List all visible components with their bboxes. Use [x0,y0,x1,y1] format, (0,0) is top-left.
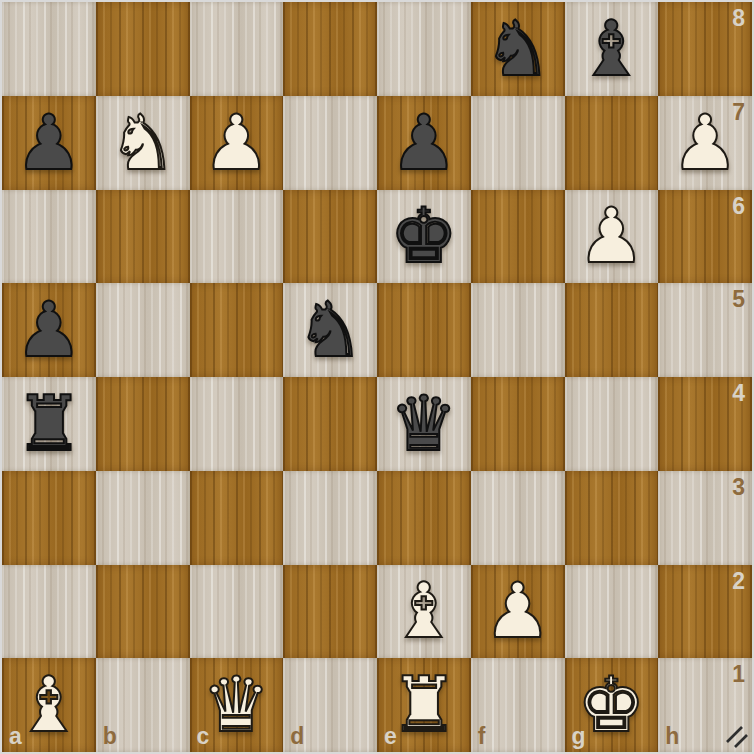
coord-file-b: b [103,725,117,748]
square-b8[interactable] [96,2,190,96]
square-c3[interactable] [190,471,284,565]
white-king-piece[interactable]: ♚ [577,667,645,743]
square-b1[interactable]: b [96,658,190,752]
square-d4[interactable] [283,377,377,471]
square-e6[interactable]: ♚ [377,190,471,284]
square-e3[interactable] [377,471,471,565]
black-queen-piece[interactable]: ♛ [390,386,458,462]
square-e1[interactable]: e♜ [377,658,471,752]
square-a5[interactable]: ♟ [2,283,96,377]
square-a2[interactable] [2,565,96,659]
square-e8[interactable] [377,2,471,96]
white-bishop-piece[interactable]: ♝ [390,573,458,649]
white-queen-piece[interactable]: ♛ [202,667,270,743]
coord-rank-5: 5 [732,288,745,311]
square-b5[interactable] [96,283,190,377]
square-d3[interactable] [283,471,377,565]
square-f6[interactable] [471,190,565,284]
square-d6[interactable] [283,190,377,284]
square-f1[interactable]: f [471,658,565,752]
coord-file-h: h [665,725,679,748]
black-king-piece[interactable]: ♚ [390,198,458,274]
board-resize-handle[interactable] [723,723,749,749]
square-g3[interactable] [565,471,659,565]
square-e7[interactable]: ♟ [377,96,471,190]
square-c2[interactable] [190,565,284,659]
square-d7[interactable] [283,96,377,190]
square-f5[interactable] [471,283,565,377]
white-bishop-piece[interactable]: ♝ [15,667,83,743]
coord-file-f: f [478,725,486,748]
square-c1[interactable]: c♛ [190,658,284,752]
square-f3[interactable] [471,471,565,565]
square-b3[interactable] [96,471,190,565]
coord-rank-6: 6 [732,195,745,218]
square-h5[interactable]: 5 [658,283,752,377]
black-pawn-piece[interactable]: ♟ [390,105,458,181]
square-d2[interactable] [283,565,377,659]
white-pawn-piece[interactable]: ♟ [484,573,552,649]
white-pawn-piece[interactable]: ♟ [577,198,645,274]
chess-board: ♞♝8♟♞♟♟7♟♚♟6♟♞5♜♛43♝♟2a♝bc♛de♜fg♚h1 [0,0,754,754]
square-g2[interactable] [565,565,659,659]
square-e4[interactable]: ♛ [377,377,471,471]
square-d1[interactable]: d [283,658,377,752]
square-f8[interactable]: ♞ [471,2,565,96]
square-d5[interactable]: ♞ [283,283,377,377]
square-g7[interactable] [565,96,659,190]
square-a1[interactable]: a♝ [2,658,96,752]
black-knight-piece[interactable]: ♞ [484,11,552,87]
black-rook-piece[interactable]: ♜ [15,386,83,462]
square-a8[interactable] [2,2,96,96]
square-h2[interactable]: 2 [658,565,752,659]
square-c7[interactable]: ♟ [190,96,284,190]
white-pawn-piece[interactable]: ♟ [671,105,739,181]
square-h8[interactable]: 8 [658,2,752,96]
square-f7[interactable] [471,96,565,190]
square-d8[interactable] [283,2,377,96]
black-bishop-piece[interactable]: ♝ [577,11,645,87]
coord-file-d: d [290,725,304,748]
square-h3[interactable]: 3 [658,471,752,565]
coord-rank-3: 3 [732,476,745,499]
white-knight-piece[interactable]: ♞ [109,105,177,181]
square-c8[interactable] [190,2,284,96]
black-pawn-piece[interactable]: ♟ [15,292,83,368]
square-c4[interactable] [190,377,284,471]
square-a7[interactable]: ♟ [2,96,96,190]
square-b6[interactable] [96,190,190,284]
square-c5[interactable] [190,283,284,377]
square-e2[interactable]: ♝ [377,565,471,659]
square-e5[interactable] [377,283,471,377]
coord-rank-4: 4 [732,382,745,405]
square-g8[interactable]: ♝ [565,2,659,96]
square-b2[interactable] [96,565,190,659]
square-a6[interactable] [2,190,96,284]
coord-rank-8: 8 [732,7,745,30]
square-g4[interactable] [565,377,659,471]
coord-rank-1: 1 [732,663,745,686]
square-a4[interactable]: ♜ [2,377,96,471]
coord-rank-2: 2 [732,570,745,593]
square-h6[interactable]: 6 [658,190,752,284]
square-f2[interactable]: ♟ [471,565,565,659]
square-b7[interactable]: ♞ [96,96,190,190]
black-pawn-piece[interactable]: ♟ [15,105,83,181]
square-h7[interactable]: 7♟ [658,96,752,190]
square-h4[interactable]: 4 [658,377,752,471]
white-rook-piece[interactable]: ♜ [390,667,458,743]
white-pawn-piece[interactable]: ♟ [202,105,270,181]
black-knight-piece[interactable]: ♞ [296,292,364,368]
square-b4[interactable] [96,377,190,471]
square-f4[interactable] [471,377,565,471]
square-g6[interactable]: ♟ [565,190,659,284]
square-a3[interactable] [2,471,96,565]
square-g1[interactable]: g♚ [565,658,659,752]
square-g5[interactable] [565,283,659,377]
square-c6[interactable] [190,190,284,284]
